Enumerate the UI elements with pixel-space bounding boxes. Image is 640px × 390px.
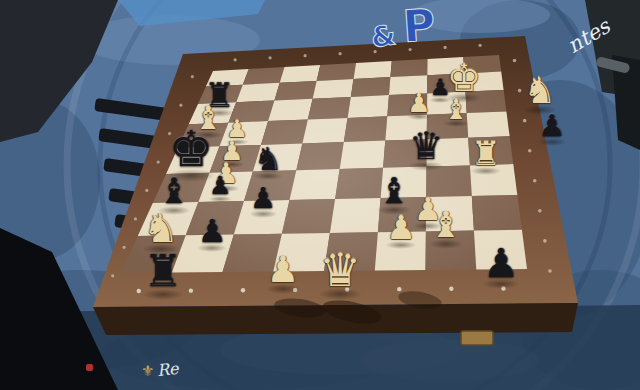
piece-black-knight-1[interactable]: ♞ [254,143,283,175]
piece-black-king[interactable]: ♚ [169,124,214,174]
frame-coordinate-mark [241,288,245,292]
piece-captured-white-knight[interactable]: ♞ [524,73,556,109]
frame-coordinate-mark [111,274,114,277]
frame-coordinate-mark [479,44,482,47]
frame-coordinate-mark [137,289,141,293]
frame-coordinate-mark [523,119,527,123]
piece-white-pawn-7[interactable]: ♟ [267,252,299,288]
carpet-and-board-graphic [0,0,640,390]
frame-coordinate-mark [548,269,552,273]
piece-black-pawn-5[interactable]: ♟ [483,243,519,283]
frame-coordinate-mark [409,48,412,51]
frame-coordinate-mark [538,209,542,213]
frame-coordinate-mark [374,50,377,53]
piece-black-pawn-3[interactable]: ♟ [198,215,227,247]
frame-coordinate-mark [157,160,160,163]
frame-coordinate-mark [528,149,532,153]
frame-coordinate-mark [543,239,547,243]
piece-white-knight-1[interactable]: ♞ [143,208,179,248]
frame-coordinate-mark [518,89,522,93]
frame-coordinate-mark [134,217,137,220]
piece-white-rook-1[interactable]: ♜ [471,137,501,170]
frame-coordinate-mark [234,58,237,61]
piece-white-pawn-6[interactable]: ♟ [386,211,416,244]
frame-coordinate-mark [397,287,401,291]
frame-coordinate-mark [191,75,194,78]
frame-coordinate-mark [513,59,517,63]
frame-coordinate-mark [339,52,342,55]
piece-black-rook-2[interactable]: ♜ [143,249,182,293]
piece-white-bishop-3[interactable]: ♝ [430,207,462,243]
piece-captured-black-pawn[interactable]: ♟ [539,111,566,141]
frame-coordinate-mark [533,179,537,183]
piece-black-bishop-1[interactable]: ♝ [158,174,189,209]
frame-coordinate-mark [122,246,125,249]
piece-white-pawn-1[interactable]: ♟ [407,90,430,116]
frame-coordinate-mark [449,287,453,291]
frame-coordinate-mark [269,56,272,59]
piece-white-king[interactable]: ♚ [447,59,481,97]
piece-black-bishop-2[interactable]: ♝ [378,173,410,209]
frame-coordinate-mark [179,104,182,107]
frame-coordinate-mark [189,288,193,292]
piece-black-pawn-1[interactable]: ♟ [209,173,231,198]
tournament-photo: &Pntes⚜Re ♚♟♞♜♟♝♝♟♟♟♛♜♚♞♟♟♝♝♟♟♝♟♟♞♟♟♛♜ [0,0,640,390]
frame-coordinate-mark [444,46,447,49]
frame-coordinate-mark [145,189,148,192]
brass-plaque [461,331,493,345]
piece-white-bishop-1[interactable]: ♝ [444,96,468,123]
piece-black-pawn-2[interactable]: ♟ [250,184,276,213]
frame-coordinate-mark [304,54,307,57]
piece-white-queen[interactable]: ♛ [319,247,360,293]
piece-black-queen[interactable]: ♛ [409,127,443,165]
